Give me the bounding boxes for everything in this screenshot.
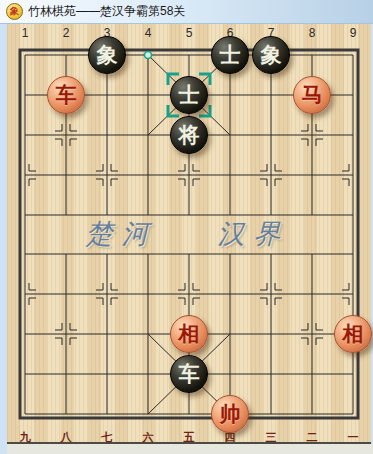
file-label-top-9: 9 — [350, 26, 357, 40]
piece-black-advisor selected[interactable]: 士 — [170, 76, 208, 114]
piece-black-general[interactable]: 将 — [170, 116, 208, 154]
file-label-top-5: 5 — [186, 26, 193, 40]
file-label-bottom-9: 一 — [348, 430, 359, 445]
piece-red-horse[interactable]: 马 — [293, 76, 331, 114]
move-origin-marker — [145, 52, 152, 59]
piece-black-elephant[interactable]: 象 — [252, 36, 290, 74]
river-label-han: 汉界 — [209, 216, 290, 252]
window-title: 竹林棋苑——楚汉争霸第58关 — [28, 3, 185, 20]
river-label-chu: 楚河 — [77, 216, 158, 252]
piece-black-advisor[interactable]: 士 — [211, 36, 249, 74]
xiangqi-board[interactable]: 123456789 九八七六五四三二一 楚河 汉界 象士象士将车车马相相帅 — [7, 24, 371, 444]
file-label-top-4: 4 — [145, 26, 152, 40]
piece-black-elephant[interactable]: 象 — [88, 36, 126, 74]
file-label-top-2: 2 — [63, 26, 70, 40]
app-window: 象 竹林棋苑——楚汉争霸第58关 123456789 九八七六五四三二一 楚河 … — [0, 0, 373, 454]
piece-red-elephant[interactable]: 相 — [170, 315, 208, 353]
title-bar: 象 竹林棋苑——楚汉争霸第58关 — [0, 0, 373, 24]
file-label-top-1: 1 — [22, 26, 29, 40]
window-bottom-border — [7, 444, 373, 454]
piece-red-general[interactable]: 帅 — [211, 395, 249, 433]
file-label-bottom-3: 七 — [102, 430, 113, 445]
file-label-bottom-5: 五 — [184, 430, 195, 445]
file-label-bottom-1: 九 — [20, 430, 31, 445]
piece-red-elephant[interactable]: 相 — [334, 315, 372, 353]
piece-black-chariot[interactable]: 车 — [170, 355, 208, 393]
app-icon xiangqi-piece-icon: 象 — [6, 3, 23, 20]
file-label-top-8: 8 — [309, 26, 316, 40]
file-label-bottom-2: 八 — [61, 430, 72, 445]
file-label-bottom-8: 二 — [307, 430, 318, 445]
file-label-bottom-7: 三 — [266, 430, 277, 445]
file-label-bottom-4: 六 — [143, 430, 154, 445]
piece-red-chariot[interactable]: 车 — [47, 76, 85, 114]
